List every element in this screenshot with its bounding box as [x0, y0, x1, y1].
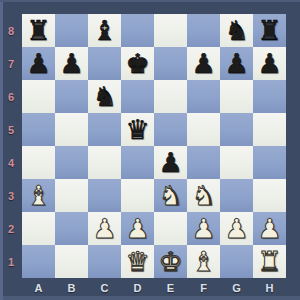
square-h6[interactable] — [253, 80, 286, 113]
white-pawn[interactable]: ♟ — [257, 212, 281, 245]
rank-labels: 87654321 — [0, 14, 22, 278]
square-g8[interactable]: ♞ — [220, 14, 253, 47]
square-e8[interactable] — [154, 14, 187, 47]
square-f4[interactable] — [187, 146, 220, 179]
square-e1[interactable]: ♚ — [154, 245, 187, 278]
square-a7[interactable]: ♟ — [22, 47, 55, 80]
rank-label-8: 8 — [0, 14, 22, 47]
file-label-h: H — [253, 279, 286, 296]
square-b8[interactable] — [55, 14, 88, 47]
white-bishop[interactable]: ♝ — [26, 179, 50, 212]
square-f8[interactable] — [187, 14, 220, 47]
square-b1[interactable] — [55, 245, 88, 278]
square-d8[interactable] — [121, 14, 154, 47]
black-king[interactable]: ♚ — [125, 47, 149, 80]
square-c8[interactable]: ♝ — [88, 14, 121, 47]
square-g5[interactable] — [220, 113, 253, 146]
file-label-c: C — [88, 279, 121, 296]
square-a8[interactable]: ♜ — [22, 14, 55, 47]
black-pawn[interactable]: ♟ — [158, 146, 182, 179]
rank-label-1: 1 — [0, 245, 22, 278]
square-c7[interactable] — [88, 47, 121, 80]
file-label-b: B — [55, 279, 88, 296]
black-pawn[interactable]: ♟ — [224, 47, 248, 80]
square-a5[interactable] — [22, 113, 55, 146]
black-rook[interactable]: ♜ — [257, 14, 281, 47]
file-label-e: E — [154, 279, 187, 296]
square-h4[interactable] — [253, 146, 286, 179]
square-g6[interactable] — [220, 80, 253, 113]
rank-label-4: 4 — [0, 146, 22, 179]
square-b2[interactable] — [55, 212, 88, 245]
square-d1[interactable]: ♛ — [121, 245, 154, 278]
white-king[interactable]: ♚ — [158, 245, 182, 278]
rank-label-7: 7 — [0, 47, 22, 80]
black-pawn[interactable]: ♟ — [26, 47, 50, 80]
black-rook[interactable]: ♜ — [26, 14, 50, 47]
square-f6[interactable] — [187, 80, 220, 113]
square-b7[interactable]: ♟ — [55, 47, 88, 80]
square-a6[interactable] — [22, 80, 55, 113]
square-d4[interactable] — [121, 146, 154, 179]
white-pawn[interactable]: ♟ — [125, 212, 149, 245]
white-knight[interactable]: ♞ — [191, 179, 215, 212]
square-f3[interactable]: ♞ — [187, 179, 220, 212]
square-h7[interactable]: ♟ — [253, 47, 286, 80]
white-pawn[interactable]: ♟ — [224, 212, 248, 245]
chess-board[interactable]: ♜♝♞♜♟♟♚♟♟♟♞♛♟♝♞♞♟♟♟♟♟♛♚♝♜ — [22, 14, 286, 278]
square-h8[interactable]: ♜ — [253, 14, 286, 47]
square-b5[interactable] — [55, 113, 88, 146]
square-c1[interactable] — [88, 245, 121, 278]
square-c4[interactable] — [88, 146, 121, 179]
square-e6[interactable] — [154, 80, 187, 113]
square-d7[interactable]: ♚ — [121, 47, 154, 80]
square-f2[interactable]: ♟ — [187, 212, 220, 245]
square-a1[interactable] — [22, 245, 55, 278]
square-d5[interactable]: ♛ — [121, 113, 154, 146]
square-e5[interactable] — [154, 113, 187, 146]
rank-label-3: 3 — [0, 179, 22, 212]
square-a3[interactable]: ♝ — [22, 179, 55, 212]
file-label-f: F — [187, 279, 220, 296]
square-e4[interactable]: ♟ — [154, 146, 187, 179]
black-pawn[interactable]: ♟ — [191, 47, 215, 80]
black-bishop[interactable]: ♝ — [92, 14, 116, 47]
square-b6[interactable] — [55, 80, 88, 113]
square-e7[interactable] — [154, 47, 187, 80]
black-pawn[interactable]: ♟ — [59, 47, 83, 80]
square-h2[interactable]: ♟ — [253, 212, 286, 245]
square-a4[interactable] — [22, 146, 55, 179]
square-g1[interactable] — [220, 245, 253, 278]
file-labels: ABCDEFGH — [22, 279, 286, 296]
white-pawn[interactable]: ♟ — [191, 212, 215, 245]
square-g4[interactable] — [220, 146, 253, 179]
white-rook[interactable]: ♜ — [257, 245, 281, 278]
rank-label-6: 6 — [0, 80, 22, 113]
square-f7[interactable]: ♟ — [187, 47, 220, 80]
square-d2[interactable]: ♟ — [121, 212, 154, 245]
square-h1[interactable]: ♜ — [253, 245, 286, 278]
square-d3[interactable] — [121, 179, 154, 212]
square-a2[interactable] — [22, 212, 55, 245]
rank-label-5: 5 — [0, 113, 22, 146]
square-b4[interactable] — [55, 146, 88, 179]
square-g7[interactable]: ♟ — [220, 47, 253, 80]
black-queen[interactable]: ♛ — [125, 113, 149, 146]
rank-label-2: 2 — [0, 212, 22, 245]
white-knight[interactable]: ♞ — [158, 179, 182, 212]
square-e2[interactable] — [154, 212, 187, 245]
square-h5[interactable] — [253, 113, 286, 146]
square-f1[interactable]: ♝ — [187, 245, 220, 278]
file-label-d: D — [121, 279, 154, 296]
file-label-g: G — [220, 279, 253, 296]
white-bishop[interactable]: ♝ — [191, 245, 215, 278]
square-c3[interactable] — [88, 179, 121, 212]
square-g3[interactable] — [220, 179, 253, 212]
square-d6[interactable] — [121, 80, 154, 113]
white-queen[interactable]: ♛ — [125, 245, 149, 278]
square-c5[interactable] — [88, 113, 121, 146]
chess-board-frame: 87654321 ♜♝♞♜♟♟♚♟♟♟♞♛♟♝♞♞♟♟♟♟♟♛♚♝♜ ABCDE… — [0, 0, 300, 300]
file-label-a: A — [22, 279, 55, 296]
square-b3[interactable] — [55, 179, 88, 212]
square-c2[interactable]: ♟ — [88, 212, 121, 245]
white-pawn[interactable]: ♟ — [92, 212, 116, 245]
square-e3[interactable]: ♞ — [154, 179, 187, 212]
black-knight[interactable]: ♞ — [92, 80, 116, 113]
square-c6[interactable]: ♞ — [88, 80, 121, 113]
square-h3[interactable] — [253, 179, 286, 212]
black-pawn[interactable]: ♟ — [257, 47, 281, 80]
square-f5[interactable] — [187, 113, 220, 146]
square-g2[interactable]: ♟ — [220, 212, 253, 245]
black-knight[interactable]: ♞ — [224, 14, 248, 47]
